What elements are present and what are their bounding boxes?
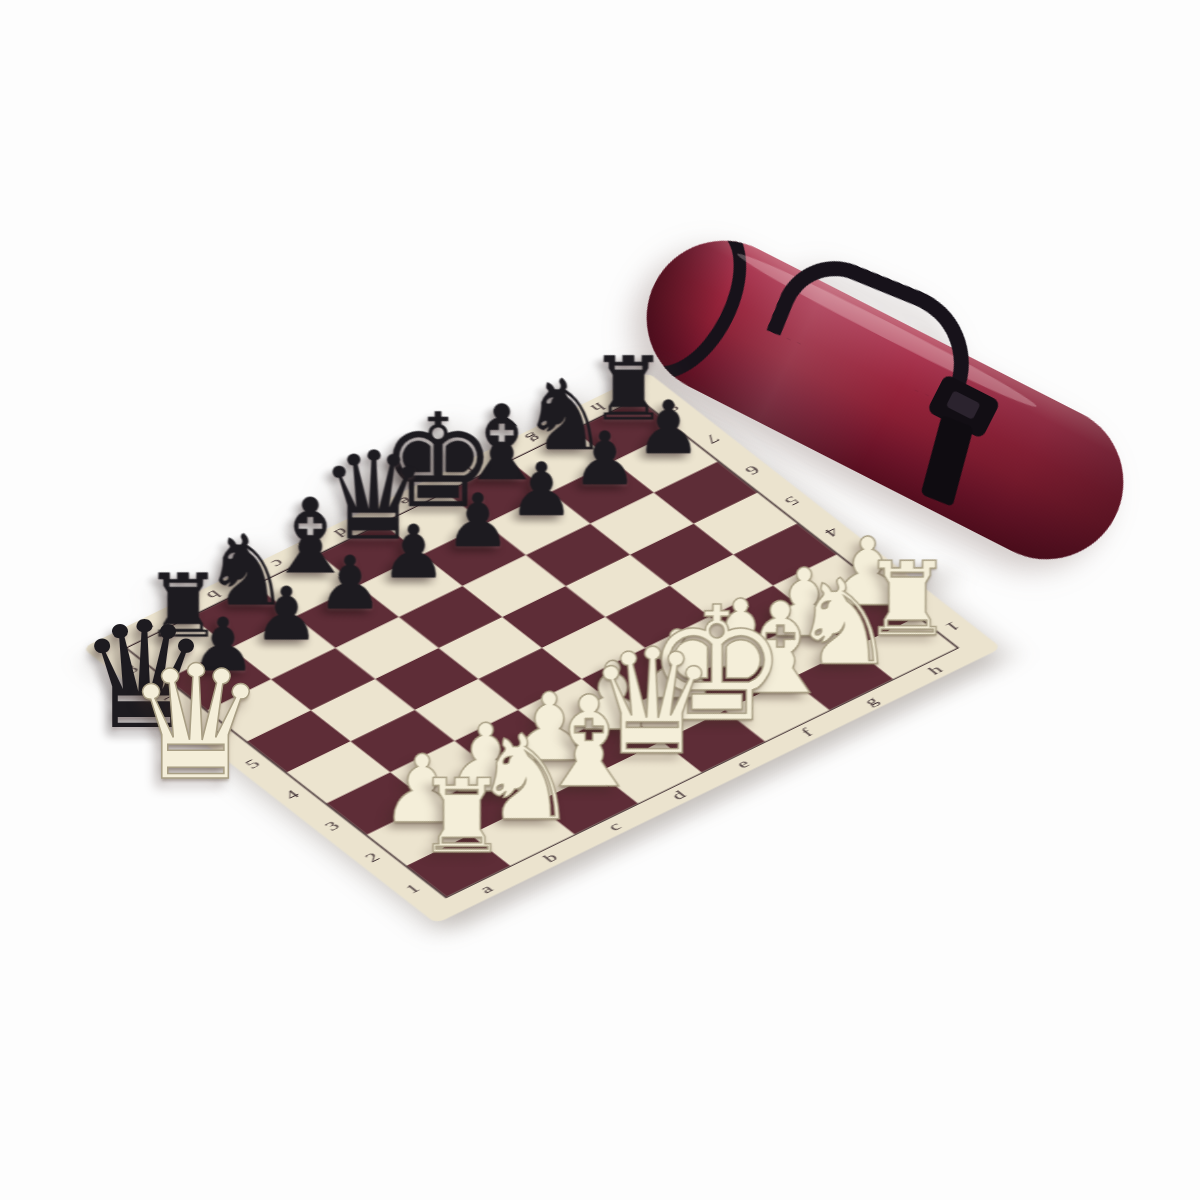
extra-white-queen: ♛ <box>111 644 281 802</box>
product-photo-scene: ♜♞♝♛♚♝♞♜♟♟♟♟♟♟♟♟♟♟♟♟♟♟♟♟♜♞♝♛♚♝♞♜ abcdefg… <box>0 0 1200 1200</box>
white-queen-glyph: ♛ <box>125 631 267 815</box>
white-rook: ♜ <box>352 766 572 868</box>
